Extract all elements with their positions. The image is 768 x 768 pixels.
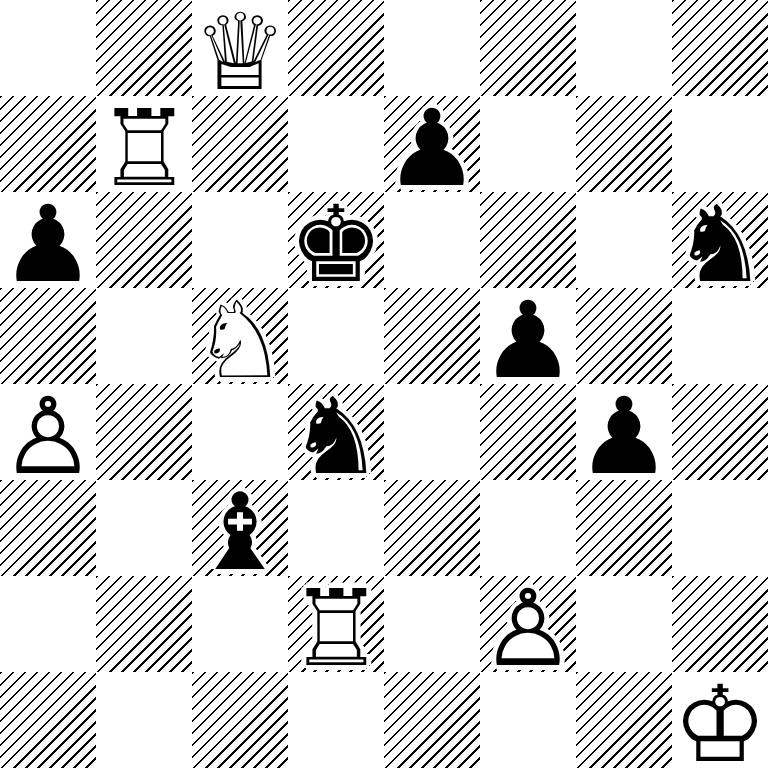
square-a4[interactable]: ♟♙ xyxy=(0,384,96,480)
square-a8[interactable] xyxy=(0,0,96,96)
square-c6[interactable] xyxy=(192,192,288,288)
square-e3[interactable] xyxy=(384,480,480,576)
square-f1[interactable] xyxy=(480,672,576,768)
square-h4[interactable] xyxy=(672,384,768,480)
square-e4[interactable] xyxy=(384,384,480,480)
square-h5[interactable] xyxy=(672,288,768,384)
square-f2[interactable]: ♟♙ xyxy=(480,576,576,672)
piece-white-rook-d2[interactable]: ♜♖ xyxy=(288,576,384,672)
square-f7[interactable] xyxy=(480,96,576,192)
square-f6[interactable] xyxy=(480,192,576,288)
square-f4[interactable] xyxy=(480,384,576,480)
square-b1[interactable] xyxy=(96,672,192,768)
square-b3[interactable] xyxy=(96,480,192,576)
square-h2[interactable] xyxy=(672,576,768,672)
square-a5[interactable] xyxy=(0,288,96,384)
square-g2[interactable] xyxy=(576,576,672,672)
square-h1[interactable]: ♚♔ xyxy=(672,672,768,768)
square-b8[interactable] xyxy=(96,0,192,96)
square-d7[interactable] xyxy=(288,96,384,192)
white-knight-icon: ♘ xyxy=(192,288,287,394)
square-d6[interactable]: ♚ xyxy=(288,192,384,288)
square-e2[interactable] xyxy=(384,576,480,672)
piece-white-king-h1[interactable]: ♚♔ xyxy=(672,672,768,768)
square-c5[interactable]: ♞♘ xyxy=(192,288,288,384)
square-f5[interactable]: ♟ xyxy=(480,288,576,384)
square-g4[interactable]: ♟ xyxy=(576,384,672,480)
black-king-icon: ♚ xyxy=(288,192,383,298)
square-c4[interactable] xyxy=(192,384,288,480)
square-g3[interactable] xyxy=(576,480,672,576)
piece-white-rook-b7[interactable]: ♜♖ xyxy=(96,96,192,192)
piece-white-pawn-a4[interactable]: ♟♙ xyxy=(0,384,96,480)
square-f3[interactable] xyxy=(480,480,576,576)
square-a7[interactable] xyxy=(0,96,96,192)
square-c3[interactable]: ♝ xyxy=(192,480,288,576)
chess-board: ♛♕♜♖♟♟♚♞♞♘♟♟♙♞♟♝♜♖♟♙♚♔ xyxy=(0,0,768,768)
square-d1[interactable] xyxy=(288,672,384,768)
square-b7[interactable]: ♜♖ xyxy=(96,96,192,192)
white-rook-icon: ♖ xyxy=(288,576,383,682)
square-c7[interactable] xyxy=(192,96,288,192)
square-h8[interactable] xyxy=(672,0,768,96)
square-d5[interactable] xyxy=(288,288,384,384)
white-king-icon: ♔ xyxy=(672,672,767,768)
black-pawn-icon: ♟ xyxy=(0,192,95,298)
black-bishop-icon: ♝ xyxy=(192,480,287,586)
black-knight-icon: ♞ xyxy=(672,192,767,298)
white-pawn-icon: ♙ xyxy=(480,576,575,682)
square-f8[interactable] xyxy=(480,0,576,96)
square-e5[interactable] xyxy=(384,288,480,384)
square-a2[interactable] xyxy=(0,576,96,672)
piece-black-pawn-f5[interactable]: ♟ xyxy=(480,288,576,384)
square-c1[interactable] xyxy=(192,672,288,768)
square-g7[interactable] xyxy=(576,96,672,192)
black-pawn-icon: ♟ xyxy=(576,384,671,490)
square-g5[interactable] xyxy=(576,288,672,384)
piece-black-pawn-e7[interactable]: ♟ xyxy=(384,96,480,192)
piece-black-pawn-a6[interactable]: ♟ xyxy=(0,192,96,288)
square-a3[interactable] xyxy=(0,480,96,576)
black-pawn-icon: ♟ xyxy=(384,96,479,202)
square-h3[interactable] xyxy=(672,480,768,576)
white-pawn-icon: ♙ xyxy=(0,384,95,490)
black-knight-icon: ♞ xyxy=(288,384,383,490)
white-queen-icon: ♕ xyxy=(192,0,287,106)
piece-black-bishop-c3[interactable]: ♝ xyxy=(192,480,288,576)
square-h6[interactable]: ♞ xyxy=(672,192,768,288)
square-a6[interactable]: ♟ xyxy=(0,192,96,288)
square-c2[interactable] xyxy=(192,576,288,672)
square-e8[interactable] xyxy=(384,0,480,96)
square-c8[interactable]: ♛♕ xyxy=(192,0,288,96)
square-d4[interactable]: ♞ xyxy=(288,384,384,480)
square-e6[interactable] xyxy=(384,192,480,288)
black-pawn-icon: ♟ xyxy=(480,288,575,394)
square-b4[interactable] xyxy=(96,384,192,480)
piece-white-knight-c5[interactable]: ♞♘ xyxy=(192,288,288,384)
square-d8[interactable] xyxy=(288,0,384,96)
square-h7[interactable] xyxy=(672,96,768,192)
white-rook-icon: ♖ xyxy=(96,96,191,202)
square-b2[interactable] xyxy=(96,576,192,672)
piece-black-knight-h6[interactable]: ♞ xyxy=(672,192,768,288)
square-g6[interactable] xyxy=(576,192,672,288)
square-b5[interactable] xyxy=(96,288,192,384)
square-e1[interactable] xyxy=(384,672,480,768)
piece-black-knight-d4[interactable]: ♞ xyxy=(288,384,384,480)
square-a1[interactable] xyxy=(0,672,96,768)
piece-black-pawn-g4[interactable]: ♟ xyxy=(576,384,672,480)
square-d3[interactable] xyxy=(288,480,384,576)
piece-white-queen-c8[interactable]: ♛♕ xyxy=(192,0,288,96)
square-e7[interactable]: ♟ xyxy=(384,96,480,192)
square-g8[interactable] xyxy=(576,0,672,96)
square-b6[interactable] xyxy=(96,192,192,288)
square-g1[interactable] xyxy=(576,672,672,768)
piece-black-king-d6[interactable]: ♚ xyxy=(288,192,384,288)
piece-white-pawn-f2[interactable]: ♟♙ xyxy=(480,576,576,672)
square-d2[interactable]: ♜♖ xyxy=(288,576,384,672)
